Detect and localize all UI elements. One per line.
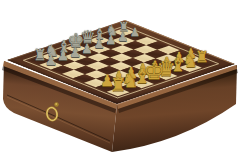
ring-mount-knob-highlight	[55, 103, 57, 105]
piece-silver-pawn[interactable]: ♟	[130, 27, 140, 39]
piece-silver-pawn[interactable]: ♟	[45, 53, 58, 67]
piece-gold-rook[interactable]: ♜	[110, 76, 126, 94]
piece-silver-pawn[interactable]: ♟	[105, 34, 116, 46]
chess-set-photo: ♜♞♝♛♚♝♞♜♟♟♟♟♟♟♟♟♟♟♟♟♟♟♟♟♜♞♝♛♚♝♞♜	[0, 0, 240, 156]
piece-silver-pawn[interactable]: ♟	[57, 49, 69, 63]
piece-silver-pawn[interactable]: ♟	[81, 42, 93, 55]
piece-silver-pawn[interactable]: ♟	[93, 38, 104, 51]
piece-silver-pawn[interactable]: ♟	[69, 45, 81, 58]
piece-silver-pawn[interactable]: ♟	[118, 30, 129, 42]
